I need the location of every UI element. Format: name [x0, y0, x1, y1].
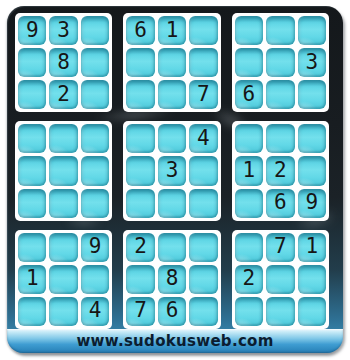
- cell-r2c4[interactable]: [126, 48, 154, 77]
- cell-r5c1[interactable]: [18, 156, 46, 185]
- cell-r2c8[interactable]: [266, 48, 294, 77]
- cell-r5c7[interactable]: 1: [235, 156, 263, 185]
- cell-r1c5[interactable]: 1: [158, 16, 186, 45]
- sudoku-page: 9382617364312699142876712 www.sudokusweb…: [0, 0, 350, 360]
- cell-r2c6[interactable]: [189, 48, 217, 77]
- cell-r2c3[interactable]: [81, 48, 109, 77]
- cell-r8c6[interactable]: [189, 265, 217, 294]
- cell-r6c7[interactable]: [235, 189, 263, 218]
- cell-r9c6[interactable]: [189, 297, 217, 326]
- cell-r3c1[interactable]: [18, 80, 46, 109]
- cell-r5c4[interactable]: [126, 156, 154, 185]
- cell-r7c9[interactable]: 1: [298, 233, 326, 262]
- cell-r8c8[interactable]: [266, 265, 294, 294]
- cell-r3c6[interactable]: 7: [189, 80, 217, 109]
- box-4: [15, 121, 112, 220]
- cell-r6c9[interactable]: 9: [298, 189, 326, 218]
- box-8: 2876: [123, 230, 220, 329]
- cell-r5c5[interactable]: 3: [158, 156, 186, 185]
- cell-r6c2[interactable]: [49, 189, 77, 218]
- cell-r4c6[interactable]: 4: [189, 124, 217, 153]
- cell-r6c1[interactable]: [18, 189, 46, 218]
- cell-r5c6[interactable]: [189, 156, 217, 185]
- cell-r7c3[interactable]: 9: [81, 233, 109, 262]
- cell-r3c8[interactable]: [266, 80, 294, 109]
- cell-r7c8[interactable]: 7: [266, 233, 294, 262]
- box-6: 1269: [232, 121, 329, 220]
- cell-r1c6[interactable]: [189, 16, 217, 45]
- cell-r2c5[interactable]: [158, 48, 186, 77]
- box-9: 712: [232, 230, 329, 329]
- cell-r7c5[interactable]: [158, 233, 186, 262]
- cell-r9c7[interactable]: [235, 297, 263, 326]
- cell-r8c5[interactable]: 8: [158, 265, 186, 294]
- cell-r7c1[interactable]: [18, 233, 46, 262]
- box-7: 914: [15, 230, 112, 329]
- cell-r7c4[interactable]: 2: [126, 233, 154, 262]
- cell-r9c2[interactable]: [49, 297, 77, 326]
- sudoku-grid: 9382617364312699142876712: [15, 13, 329, 329]
- cell-r6c8[interactable]: 6: [266, 189, 294, 218]
- cell-r9c8[interactable]: [266, 297, 294, 326]
- cell-r3c2[interactable]: 2: [49, 80, 77, 109]
- cell-r7c6[interactable]: [189, 233, 217, 262]
- cell-r8c7[interactable]: 2: [235, 265, 263, 294]
- cell-r1c8[interactable]: [266, 16, 294, 45]
- cell-r9c1[interactable]: [18, 297, 46, 326]
- cell-r5c2[interactable]: [49, 156, 77, 185]
- footer-band: www.sudokusweb.com: [7, 329, 343, 353]
- cell-r1c7[interactable]: [235, 16, 263, 45]
- cell-r9c5[interactable]: 6: [158, 297, 186, 326]
- site-url[interactable]: www.sudokusweb.com: [76, 332, 273, 350]
- cell-r3c9[interactable]: [298, 80, 326, 109]
- cell-r8c2[interactable]: [49, 265, 77, 294]
- cell-r6c6[interactable]: [189, 189, 217, 218]
- cell-r8c1[interactable]: 1: [18, 265, 46, 294]
- cell-r6c3[interactable]: [81, 189, 109, 218]
- cell-r4c2[interactable]: [49, 124, 77, 153]
- box-1: 9382: [15, 13, 112, 112]
- cell-r4c9[interactable]: [298, 124, 326, 153]
- cell-r3c4[interactable]: [126, 80, 154, 109]
- cell-r1c3[interactable]: [81, 16, 109, 45]
- cell-r6c4[interactable]: [126, 189, 154, 218]
- cell-r4c1[interactable]: [18, 124, 46, 153]
- cell-r4c7[interactable]: [235, 124, 263, 153]
- cell-r9c3[interactable]: 4: [81, 297, 109, 326]
- cell-r3c3[interactable]: [81, 80, 109, 109]
- cell-r3c7[interactable]: 6: [235, 80, 263, 109]
- box-2: 617: [123, 13, 220, 112]
- cell-r6c5[interactable]: [158, 189, 186, 218]
- cell-r4c3[interactable]: [81, 124, 109, 153]
- cell-r4c4[interactable]: [126, 124, 154, 153]
- cell-r1c9[interactable]: [298, 16, 326, 45]
- box-5: 43: [123, 121, 220, 220]
- cell-r7c7[interactable]: [235, 233, 263, 262]
- cell-r3c5[interactable]: [158, 80, 186, 109]
- cell-r8c9[interactable]: [298, 265, 326, 294]
- cell-r7c2[interactable]: [49, 233, 77, 262]
- cell-r5c9[interactable]: [298, 156, 326, 185]
- cell-r8c4[interactable]: [126, 265, 154, 294]
- cell-r2c7[interactable]: [235, 48, 263, 77]
- sudoku-board: 9382617364312699142876712 www.sudokusweb…: [7, 6, 343, 353]
- cell-r4c8[interactable]: [266, 124, 294, 153]
- box-3: 36: [232, 13, 329, 112]
- cell-r2c9[interactable]: 3: [298, 48, 326, 77]
- cell-r5c3[interactable]: [81, 156, 109, 185]
- cell-r9c9[interactable]: [298, 297, 326, 326]
- cell-r5c8[interactable]: 2: [266, 156, 294, 185]
- cell-r2c1[interactable]: [18, 48, 46, 77]
- cell-r8c3[interactable]: [81, 265, 109, 294]
- cell-r1c1[interactable]: 9: [18, 16, 46, 45]
- cell-r4c5[interactable]: [158, 124, 186, 153]
- cell-r9c4[interactable]: 7: [126, 297, 154, 326]
- cell-r2c2[interactable]: 8: [49, 48, 77, 77]
- cell-r1c2[interactable]: 3: [49, 16, 77, 45]
- cell-r1c4[interactable]: 6: [126, 16, 154, 45]
